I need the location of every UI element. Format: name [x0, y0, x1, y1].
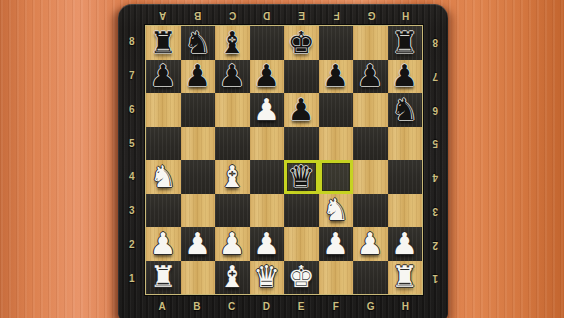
file-label-g: G [354, 298, 389, 315]
square-a6[interactable] [146, 93, 181, 127]
black-king-e8[interactable]: ♚ [284, 26, 319, 60]
square-c1[interactable]: ♝ [215, 261, 250, 295]
square-g5[interactable] [353, 127, 388, 161]
square-g4[interactable] [353, 160, 388, 194]
white-queen-d1[interactable]: ♛ [250, 261, 285, 295]
square-g3[interactable] [353, 194, 388, 228]
file-label-h: H [388, 7, 423, 24]
rank-label-8: 8 [122, 25, 142, 59]
black-queen-e4[interactable]: ♛ [284, 160, 319, 194]
square-g2[interactable]: ♟ [353, 227, 388, 261]
white-pawn-c2[interactable]: ♟ [215, 227, 250, 261]
white-pawn-h2[interactable]: ♟ [388, 227, 423, 261]
square-a2[interactable]: ♟ [146, 227, 181, 261]
square-e8[interactable]: ♚ [284, 26, 319, 60]
square-b5[interactable] [181, 127, 216, 161]
square-c3[interactable] [215, 194, 250, 228]
white-king-e1[interactable]: ♚ [284, 261, 319, 295]
file-label-a: A [145, 298, 180, 315]
square-f1[interactable] [319, 261, 354, 295]
square-d6[interactable]: ♟ [250, 93, 285, 127]
white-rook-h1[interactable]: ♜ [388, 261, 423, 295]
square-b1[interactable] [181, 261, 216, 295]
square-e2[interactable] [284, 227, 319, 261]
rank-label-4: 4 [425, 160, 445, 194]
square-e1[interactable]: ♚ [284, 261, 319, 295]
square-d5[interactable] [250, 127, 285, 161]
square-c5[interactable] [215, 127, 250, 161]
square-f6[interactable] [319, 93, 354, 127]
white-pawn-g2[interactable]: ♟ [353, 227, 388, 261]
file-label-c: C [215, 7, 250, 24]
chess-app-background: ABCDEFGH ABCDEFGH 87654321 87654321 ♜♞♝♚… [0, 0, 564, 318]
square-f8[interactable] [319, 26, 354, 60]
rank-label-5: 5 [122, 126, 142, 160]
square-b7[interactable]: ♟ [181, 60, 216, 94]
rank-label-1: 1 [122, 261, 142, 295]
file-label-c: C [215, 298, 250, 315]
black-knight-b8[interactable]: ♞ [181, 26, 216, 60]
white-bishop-c1[interactable]: ♝ [215, 261, 250, 295]
file-label-d: D [249, 298, 284, 315]
square-c6[interactable] [215, 93, 250, 127]
square-f3[interactable]: ♞ [319, 194, 354, 228]
square-e6[interactable]: ♟ [284, 93, 319, 127]
rank-label-5: 5 [425, 126, 445, 160]
black-pawn-e6[interactable]: ♟ [284, 93, 319, 127]
file-label-a: A [145, 7, 180, 24]
black-pawn-f7[interactable]: ♟ [319, 60, 354, 94]
square-d8[interactable] [250, 26, 285, 60]
square-a3[interactable] [146, 194, 181, 228]
file-label-h: H [388, 298, 423, 315]
rank-labels-left: 87654321 [122, 25, 142, 295]
square-a1[interactable]: ♜ [146, 261, 181, 295]
black-bishop-c8[interactable]: ♝ [215, 26, 250, 60]
square-c7[interactable]: ♟ [215, 60, 250, 94]
white-pawn-d6[interactable]: ♟ [250, 93, 285, 127]
chess-board: ♜♞♝♚♜♟♟♟♟♟♟♟♟♟♞♞♝♛♞♟♟♟♟♟♟♟♜♝♛♚♜ [145, 25, 423, 295]
rank-label-3: 3 [425, 194, 445, 228]
white-bishop-c4[interactable]: ♝ [215, 160, 250, 194]
file-label-e: E [284, 298, 319, 315]
rank-label-2: 2 [425, 228, 445, 262]
square-h5[interactable] [388, 127, 423, 161]
square-a8[interactable]: ♜ [146, 26, 181, 60]
board-grid: ♜♞♝♚♜♟♟♟♟♟♟♟♟♟♞♞♝♛♞♟♟♟♟♟♟♟♜♝♛♚♜ [146, 26, 422, 294]
square-d1[interactable]: ♛ [250, 261, 285, 295]
square-h8[interactable]: ♜ [388, 26, 423, 60]
square-f7[interactable]: ♟ [319, 60, 354, 94]
black-rook-a8[interactable]: ♜ [146, 26, 181, 60]
square-a4[interactable]: ♞ [146, 160, 181, 194]
square-g6[interactable] [353, 93, 388, 127]
square-f5[interactable] [319, 127, 354, 161]
square-b2[interactable]: ♟ [181, 227, 216, 261]
white-knight-a4[interactable]: ♞ [146, 160, 181, 194]
black-pawn-g7[interactable]: ♟ [353, 60, 388, 94]
square-b3[interactable] [181, 194, 216, 228]
rank-label-4: 4 [122, 160, 142, 194]
black-pawn-a7[interactable]: ♟ [146, 60, 181, 94]
square-g1[interactable] [353, 261, 388, 295]
file-label-f: F [319, 298, 354, 315]
rank-label-7: 7 [425, 59, 445, 93]
square-h3[interactable] [388, 194, 423, 228]
rank-label-2: 2 [122, 228, 142, 262]
square-h6[interactable]: ♞ [388, 93, 423, 127]
square-d2[interactable]: ♟ [250, 227, 285, 261]
white-pawn-b2[interactable]: ♟ [181, 227, 216, 261]
file-label-b: B [180, 298, 215, 315]
chess-board-frame: ABCDEFGH ABCDEFGH 87654321 87654321 ♜♞♝♚… [118, 4, 448, 318]
file-label-e: E [284, 7, 319, 24]
rank-label-3: 3 [122, 194, 142, 228]
square-f4[interactable] [319, 160, 354, 194]
square-b4[interactable] [181, 160, 216, 194]
square-d4[interactable] [250, 160, 285, 194]
square-c4[interactable]: ♝ [215, 160, 250, 194]
black-pawn-h7[interactable]: ♟ [388, 60, 423, 94]
square-b6[interactable] [181, 93, 216, 127]
black-pawn-b7[interactable]: ♟ [181, 60, 216, 94]
rank-labels-right: 87654321 [425, 25, 445, 295]
rank-label-7: 7 [122, 59, 142, 93]
rank-label-1: 1 [425, 261, 445, 295]
rank-label-8: 8 [425, 25, 445, 59]
black-rook-h8[interactable]: ♜ [388, 26, 423, 60]
white-pawn-a2[interactable]: ♟ [146, 227, 181, 261]
square-e5[interactable] [284, 127, 319, 161]
square-h4[interactable] [388, 160, 423, 194]
rank-label-6: 6 [122, 93, 142, 127]
square-a7[interactable]: ♟ [146, 60, 181, 94]
black-pawn-c7[interactable]: ♟ [215, 60, 250, 94]
black-pawn-d7[interactable]: ♟ [250, 60, 285, 94]
square-d7[interactable]: ♟ [250, 60, 285, 94]
white-knight-f3[interactable]: ♞ [319, 194, 354, 228]
square-a5[interactable] [146, 127, 181, 161]
black-knight-h6[interactable]: ♞ [388, 93, 423, 127]
square-g8[interactable] [353, 26, 388, 60]
file-label-g: G [354, 7, 389, 24]
white-pawn-d2[interactable]: ♟ [250, 227, 285, 261]
square-d3[interactable] [250, 194, 285, 228]
square-e7[interactable] [284, 60, 319, 94]
square-e3[interactable] [284, 194, 319, 228]
square-c2[interactable]: ♟ [215, 227, 250, 261]
white-rook-a1[interactable]: ♜ [146, 261, 181, 295]
file-label-f: F [319, 7, 354, 24]
square-h2[interactable]: ♟ [388, 227, 423, 261]
file-labels-top: ABCDEFGH [145, 7, 423, 24]
square-h7[interactable]: ♟ [388, 60, 423, 94]
square-g7[interactable]: ♟ [353, 60, 388, 94]
rank-label-6: 6 [425, 93, 445, 127]
square-f2[interactable]: ♟ [319, 227, 354, 261]
square-c8[interactable]: ♝ [215, 26, 250, 60]
file-label-b: B [180, 7, 215, 24]
square-h1[interactable]: ♜ [388, 261, 423, 295]
file-label-d: D [249, 7, 284, 24]
white-pawn-f2[interactable]: ♟ [319, 227, 354, 261]
file-labels-bottom: ABCDEFGH [145, 298, 423, 315]
square-b8[interactable]: ♞ [181, 26, 216, 60]
square-e4[interactable]: ♛ [284, 160, 319, 194]
